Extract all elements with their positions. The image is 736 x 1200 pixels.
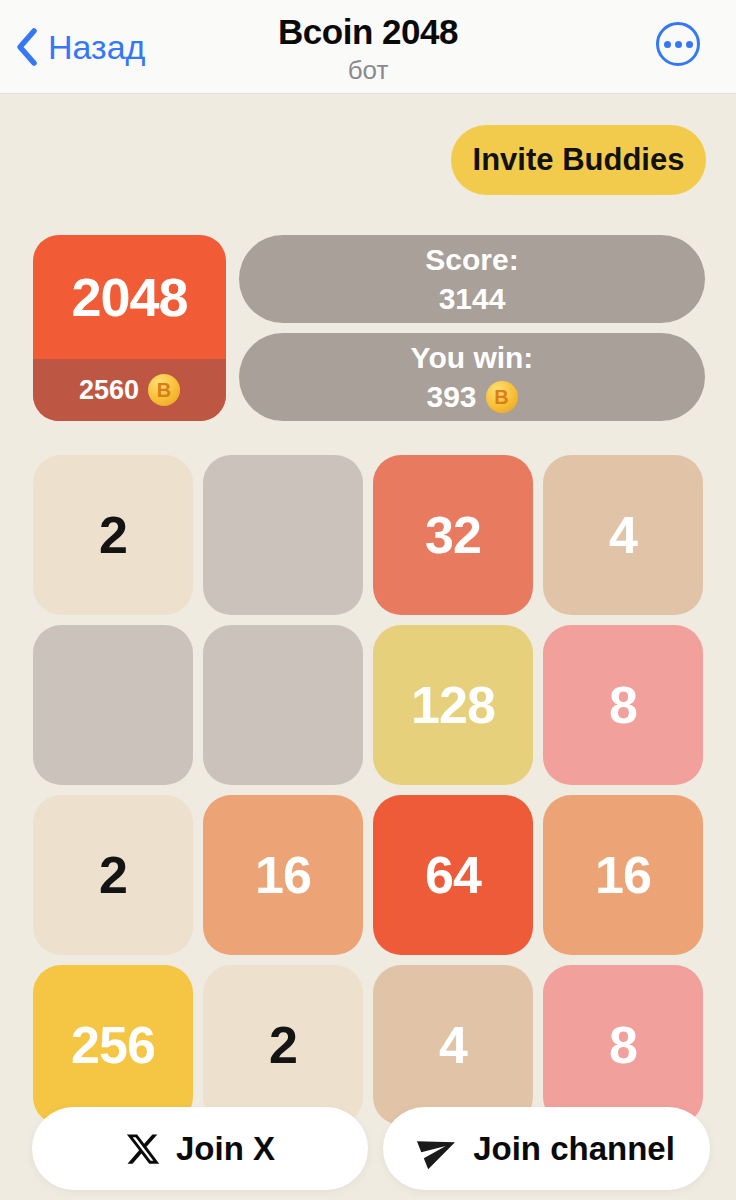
empty-cell [203, 625, 363, 785]
empty-cell [33, 625, 193, 785]
tile-2: 2 [203, 965, 363, 1125]
tile-4: 4 [373, 965, 533, 1125]
more-button[interactable] [656, 22, 700, 66]
join-x-button[interactable]: Join X [32, 1107, 368, 1190]
tile-128: 128 [373, 625, 533, 785]
coin-balance: 2560 B [33, 359, 226, 421]
bitcoin-icon: B [148, 374, 180, 406]
score-pill: Score: 3144 [239, 235, 705, 323]
x-logo-icon [125, 1131, 161, 1167]
back-label: Назад [48, 28, 145, 67]
empty-cell [203, 455, 363, 615]
tile-256: 256 [33, 965, 193, 1125]
chat-title-block: Bcoin 2048 бот [120, 12, 616, 86]
tile-8: 8 [543, 965, 703, 1125]
join-channel-button[interactable]: Join channel [383, 1107, 710, 1190]
bitcoin-icon: B [486, 381, 518, 413]
join-x-label: Join X [176, 1130, 275, 1168]
invite-buddies-button[interactable]: Invite Buddies [451, 125, 706, 195]
tile-2: 2 [33, 795, 193, 955]
win-value: 393 [426, 377, 476, 416]
tile-4: 4 [543, 455, 703, 615]
telegram-plane-icon [418, 1129, 458, 1169]
score-label: Score: [425, 240, 518, 279]
telegram-header: Назад Bcoin 2048 бот [0, 0, 736, 94]
chevron-left-icon [16, 27, 38, 67]
join-channel-label: Join channel [473, 1130, 675, 1168]
chat-title: Bcoin 2048 [120, 12, 616, 52]
chat-subtitle: бот [120, 55, 616, 86]
win-pill: You win: 393 B [239, 333, 705, 421]
back-button[interactable]: Назад [16, 0, 145, 94]
tile-16: 16 [203, 795, 363, 955]
stats-panel: 2048 2560 B Score: 3144 You win: 393 B [33, 235, 705, 421]
tile-64: 64 [373, 795, 533, 955]
score-value: 3144 [439, 279, 506, 318]
board-grid[interactable]: 232412882166416256248 [33, 455, 703, 1125]
win-label: You win: [411, 338, 534, 377]
tile-32: 32 [373, 455, 533, 615]
tile-16: 16 [543, 795, 703, 955]
stat-pills: Score: 3144 You win: 393 B [239, 235, 705, 421]
coin-balance-value: 2560 [79, 375, 139, 406]
mega-tile-2048: 2048 2560 B [33, 235, 226, 421]
tile-2: 2 [33, 455, 193, 615]
mega-tile-value: 2048 [33, 235, 226, 359]
ellipsis-icon [664, 41, 693, 48]
tile-8: 8 [543, 625, 703, 785]
win-value-row: 393 B [426, 377, 517, 416]
